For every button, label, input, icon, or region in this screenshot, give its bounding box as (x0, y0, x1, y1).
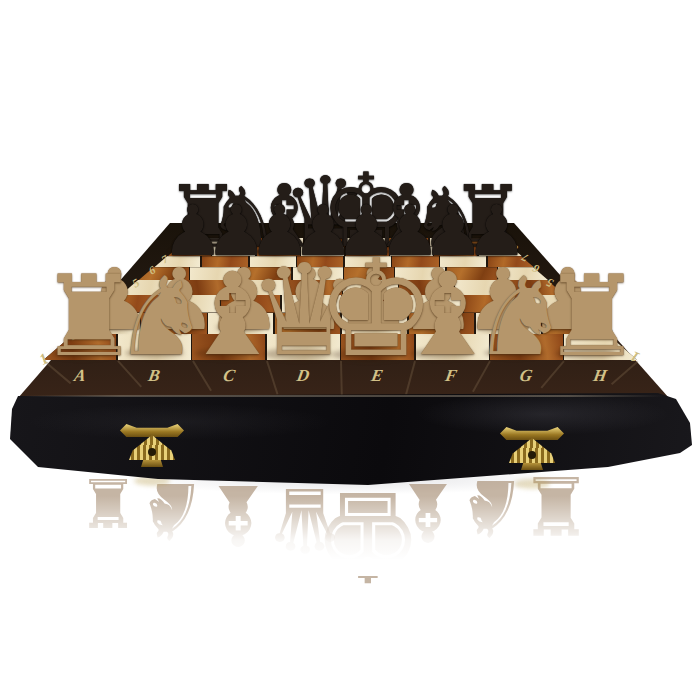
latch-keeper (141, 460, 163, 467)
latch-keeper (521, 463, 543, 470)
latch-hole (148, 448, 156, 456)
brass-latch-right (497, 427, 567, 475)
piece-white-rook-h1[interactable]: ♜ (541, 260, 641, 372)
latch-reflection (514, 479, 550, 489)
latch-hole (528, 451, 536, 459)
brass-latch-left (117, 424, 187, 472)
box-top-edge-highlight (24, 395, 664, 397)
reflection-fade (0, 496, 700, 576)
chess-set-photo: ♜♞♝♛♚♝♞♜ ABCDEFGHABCDEFGH112233445566778… (0, 0, 700, 700)
